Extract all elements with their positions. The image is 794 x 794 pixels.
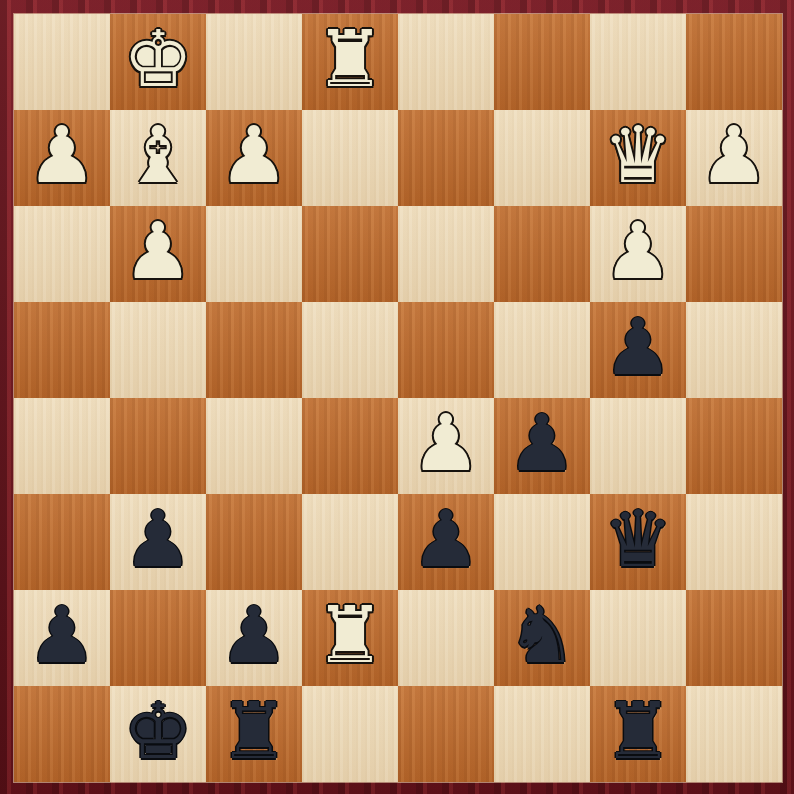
white-pawn-c7: ♟ — [219, 116, 289, 194]
black-pawn-b3: ♟ — [123, 500, 193, 578]
square-e8[interactable] — [398, 14, 494, 110]
square-c6[interactable] — [206, 206, 302, 302]
square-h5[interactable] — [686, 302, 782, 398]
square-e6[interactable] — [398, 206, 494, 302]
square-e2[interactable] — [398, 590, 494, 686]
square-b2[interactable] — [110, 590, 206, 686]
square-a6[interactable] — [14, 206, 110, 302]
square-e5[interactable] — [398, 302, 494, 398]
square-d4[interactable] — [302, 398, 398, 494]
black-queen-g3: ♛ — [603, 500, 673, 578]
square-f5[interactable] — [494, 302, 590, 398]
white-pawn-b6: ♟ — [123, 212, 193, 290]
square-a1[interactable] — [14, 686, 110, 782]
square-g5[interactable]: ♟ — [590, 302, 686, 398]
square-d3[interactable] — [302, 494, 398, 590]
black-king-b1: ♚ — [123, 692, 193, 770]
black-pawn-e3: ♟ — [411, 500, 481, 578]
square-b4[interactable] — [110, 398, 206, 494]
square-d5[interactable] — [302, 302, 398, 398]
square-f2[interactable]: ♞ — [494, 590, 590, 686]
square-d8[interactable]: ♜ — [302, 14, 398, 110]
square-f7[interactable] — [494, 110, 590, 206]
square-g6[interactable]: ♟ — [590, 206, 686, 302]
black-pawn-a2: ♟ — [27, 596, 97, 674]
square-e3[interactable]: ♟ — [398, 494, 494, 590]
square-b5[interactable] — [110, 302, 206, 398]
square-h1[interactable] — [686, 686, 782, 782]
square-h6[interactable] — [686, 206, 782, 302]
square-g1[interactable]: ♜ — [590, 686, 686, 782]
square-h3[interactable] — [686, 494, 782, 590]
square-a5[interactable] — [14, 302, 110, 398]
square-a7[interactable]: ♟ — [14, 110, 110, 206]
square-c2[interactable]: ♟ — [206, 590, 302, 686]
chess-board: ♚♜♟♝♟♛♟♟♟♟♟♟♟♟♛♟♟♜♞♚♜♜ — [14, 14, 782, 782]
square-c3[interactable] — [206, 494, 302, 590]
square-e1[interactable] — [398, 686, 494, 782]
square-d2[interactable]: ♜ — [302, 590, 398, 686]
white-pawn-a7: ♟ — [27, 116, 97, 194]
square-e7[interactable] — [398, 110, 494, 206]
square-g4[interactable] — [590, 398, 686, 494]
square-f6[interactable] — [494, 206, 590, 302]
black-rook-c1: ♜ — [219, 692, 289, 770]
white-pawn-e4: ♟ — [411, 404, 481, 482]
white-pawn-h7: ♟ — [699, 116, 769, 194]
square-b3[interactable]: ♟ — [110, 494, 206, 590]
chess-board-frame: ♚♜♟♝♟♛♟♟♟♟♟♟♟♟♛♟♟♜♞♚♜♜ — [0, 0, 794, 794]
white-pawn-g6: ♟ — [603, 212, 673, 290]
square-f3[interactable] — [494, 494, 590, 590]
square-c4[interactable] — [206, 398, 302, 494]
square-h4[interactable] — [686, 398, 782, 494]
square-b7[interactable]: ♝ — [110, 110, 206, 206]
square-g7[interactable]: ♛ — [590, 110, 686, 206]
square-a2[interactable]: ♟ — [14, 590, 110, 686]
white-king-b8: ♚ — [123, 20, 193, 98]
white-bishop-b7: ♝ — [123, 116, 193, 194]
square-d7[interactable] — [302, 110, 398, 206]
white-rook-d8: ♜ — [315, 20, 385, 98]
white-queen-g7: ♛ — [603, 116, 673, 194]
square-f8[interactable] — [494, 14, 590, 110]
square-f4[interactable]: ♟ — [494, 398, 590, 494]
square-d1[interactable] — [302, 686, 398, 782]
square-f1[interactable] — [494, 686, 590, 782]
square-g2[interactable] — [590, 590, 686, 686]
square-b1[interactable]: ♚ — [110, 686, 206, 782]
square-a8[interactable] — [14, 14, 110, 110]
square-g3[interactable]: ♛ — [590, 494, 686, 590]
black-pawn-c2: ♟ — [219, 596, 289, 674]
black-rook-g1: ♜ — [603, 692, 673, 770]
white-rook-d2: ♜ — [315, 596, 385, 674]
square-b6[interactable]: ♟ — [110, 206, 206, 302]
square-h2[interactable] — [686, 590, 782, 686]
square-h7[interactable]: ♟ — [686, 110, 782, 206]
black-pawn-g5: ♟ — [603, 308, 673, 386]
square-h8[interactable] — [686, 14, 782, 110]
square-g8[interactable] — [590, 14, 686, 110]
square-c7[interactable]: ♟ — [206, 110, 302, 206]
square-d6[interactable] — [302, 206, 398, 302]
black-pawn-f4: ♟ — [507, 404, 577, 482]
square-a3[interactable] — [14, 494, 110, 590]
square-b8[interactable]: ♚ — [110, 14, 206, 110]
square-c1[interactable]: ♜ — [206, 686, 302, 782]
square-c8[interactable] — [206, 14, 302, 110]
square-a4[interactable] — [14, 398, 110, 494]
black-knight-f2: ♞ — [507, 596, 577, 674]
square-e4[interactable]: ♟ — [398, 398, 494, 494]
square-c5[interactable] — [206, 302, 302, 398]
